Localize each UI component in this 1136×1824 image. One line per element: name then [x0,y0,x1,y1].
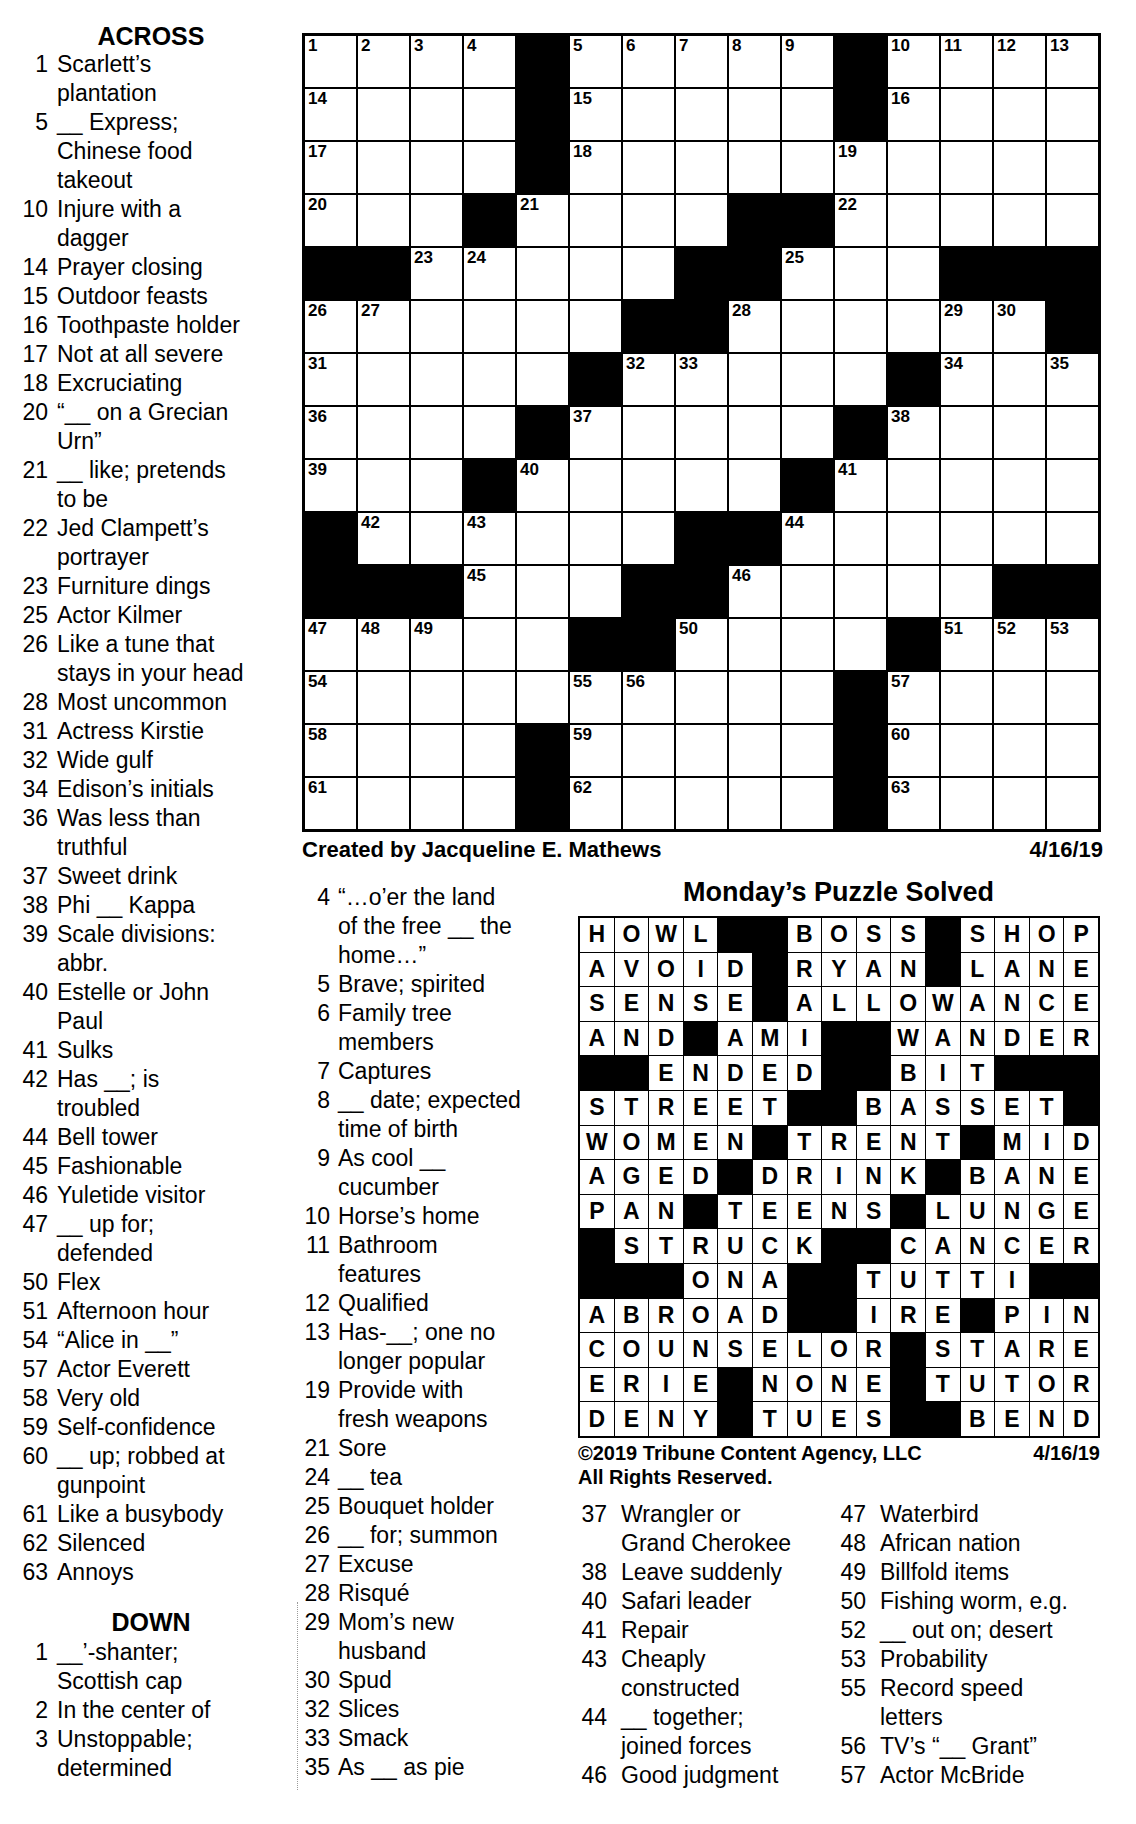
block-r11c14 [994,566,1045,617]
cell-r9c3[interactable] [411,460,462,511]
cell-r9c5[interactable]: 40 [517,460,568,511]
clue-text: Good judgment [621,1761,833,1790]
cell-r12c9[interactable] [729,619,780,670]
clue-text: Family treemembers [338,999,570,1057]
clue-number-8: 8 [732,36,741,56]
cell-r8c3[interactable] [411,407,462,458]
cell-r14c10[interactable] [782,725,833,776]
clue-number-label: 43 [558,1645,607,1674]
clue-47-down: 47Waterbird [820,1500,1120,1529]
cell-r7c3[interactable] [411,354,462,405]
cell-r8c12[interactable]: 38 [888,407,939,458]
cell-r1c8[interactable]: 7 [676,36,727,87]
cell-r2c13[interactable] [941,89,992,140]
clue-text: Most uncommon [57,688,298,717]
cell-r15c12[interactable]: 63 [888,778,939,829]
cell-r15c14[interactable] [994,778,1045,829]
clue-number-label: 10 [295,1202,330,1231]
solved-cell-r6c9: B [857,1091,891,1125]
cell-r5c12[interactable] [888,248,939,299]
cell-r10c4[interactable]: 43 [464,513,515,564]
solved-cell-r3c14: C [1030,987,1064,1021]
cell-r13c4[interactable] [464,672,515,723]
clue-15-across: 15Outdoor feasts [18,282,298,311]
clue-57-down: 57Actor McBride [820,1761,1120,1790]
cell-r3c7[interactable] [623,142,674,193]
cell-r15c1[interactable]: 61 [305,778,356,829]
block-r14c5 [517,725,568,776]
solved-cell-r12c4: O [684,1299,718,1333]
cell-r12c5[interactable] [517,619,568,670]
cell-r1c7[interactable]: 6 [623,36,674,87]
cell-r14c15[interactable] [1047,725,1098,776]
clue-1-across: 1Scarlett’splantation [18,50,298,108]
solved-cell-r6c12: S [961,1091,995,1125]
cell-r14c7[interactable] [623,725,674,776]
cell-r5c11[interactable] [835,248,886,299]
cell-r4c8[interactable] [676,195,727,246]
clue-text: Injure with adagger [57,195,298,253]
solved-cell-r7c2: O [615,1126,649,1160]
cell-r9c1[interactable]: 39 [305,460,356,511]
cell-r15c2[interactable] [358,778,409,829]
clue-number-label: 12 [295,1289,330,1318]
cell-r7c7[interactable]: 32 [623,354,674,405]
cell-r5c3[interactable]: 23 [411,248,462,299]
cell-r12c10[interactable] [782,619,833,670]
clue-text: Like a busybody [57,1500,298,1529]
cell-r3c9[interactable] [729,142,780,193]
clue-number-30: 30 [997,301,1016,321]
cell-r1c15[interactable]: 13 [1047,36,1098,87]
cell-r4c5[interactable]: 21 [517,195,568,246]
cell-r14c12[interactable]: 60 [888,725,939,776]
cell-r10c11[interactable] [835,513,886,564]
cell-r13c9[interactable] [729,672,780,723]
clue-number-54: 54 [308,672,327,692]
cell-r8c8[interactable] [676,407,727,458]
cell-r15c15[interactable] [1047,778,1098,829]
clue-text: Outdoor feasts [57,282,298,311]
cell-r12c2[interactable]: 48 [358,619,409,670]
cell-r6c1[interactable]: 26 [305,301,356,352]
cell-r6c3[interactable] [411,301,462,352]
cell-r12c4[interactable] [464,619,515,670]
cell-r13c12[interactable]: 57 [888,672,939,723]
cell-r3c10[interactable] [782,142,833,193]
cell-r10c15[interactable] [1047,513,1098,564]
cell-r5c6[interactable] [570,248,621,299]
cell-r13c13[interactable] [941,672,992,723]
clue-52-down: 52__ out on; desert [820,1616,1120,1645]
cell-r7c8[interactable]: 33 [676,354,727,405]
cell-r14c4[interactable] [464,725,515,776]
cell-r8c1[interactable]: 36 [305,407,356,458]
cell-r3c4[interactable] [464,142,515,193]
clue-number-10: 10 [891,36,910,56]
cell-r14c13[interactable] [941,725,992,776]
solved-cell-r2c9: A [857,953,891,987]
cell-r6c10[interactable] [782,301,833,352]
cell-r12c14[interactable]: 52 [994,619,1045,670]
block-r6c8 [676,301,727,352]
cell-r14c8[interactable] [676,725,727,776]
clue-number-16: 16 [891,89,910,109]
solved-cell-r12c1: A [580,1299,614,1333]
solved-cell-r1c10: S [891,918,925,952]
cell-r9c15[interactable] [1047,460,1098,511]
cell-r14c14[interactable] [994,725,1045,776]
clue-text: Scarlett’splantation [57,50,298,108]
cell-r2c12[interactable]: 16 [888,89,939,140]
cell-r8c2[interactable] [358,407,409,458]
cell-r13c14[interactable] [994,672,1045,723]
solved-cell-r2c14: N [1030,953,1064,987]
solved-cell-r13c5: S [718,1333,752,1367]
solved-block-r1c5 [718,918,752,952]
cell-r14c6[interactable]: 59 [570,725,621,776]
cell-r4c11[interactable]: 22 [835,195,886,246]
block-r10c1 [305,513,356,564]
clue-number-label: 39 [18,920,48,949]
cell-r11c4[interactable]: 45 [464,566,515,617]
solved-cell-r15c13: E [995,1402,1029,1436]
cell-r1c13[interactable]: 11 [941,36,992,87]
clue-number-56: 56 [626,672,645,692]
cell-r9c9[interactable] [729,460,780,511]
cell-r6c11[interactable] [835,301,886,352]
clue-number-36: 36 [308,407,327,427]
cell-r1c2[interactable]: 2 [358,36,409,87]
cell-r3c6[interactable]: 18 [570,142,621,193]
clue-text: Yuletide visitor [57,1181,298,1210]
cell-r11c6[interactable] [570,566,621,617]
solved-cell-r6c10: A [891,1091,925,1125]
cell-r15c4[interactable] [464,778,515,829]
clue-number-label: 41 [558,1616,607,1645]
cell-r13c3[interactable] [411,672,462,723]
cell-r7c13[interactable]: 34 [941,354,992,405]
cell-r13c15[interactable] [1047,672,1098,723]
clue-32-across: 32Wide gulf [18,746,298,775]
cell-r11c5[interactable] [517,566,568,617]
solved-block-r11c8 [822,1264,856,1298]
cell-r15c8[interactable] [676,778,727,829]
clue-number-label: 55 [820,1674,866,1703]
cell-r4c14[interactable] [994,195,1045,246]
cell-r8c10[interactable] [782,407,833,458]
clue-number-label: 14 [18,253,48,282]
cell-r2c2[interactable] [358,89,409,140]
clue-number-label: 23 [18,572,48,601]
cell-r2c9[interactable] [729,89,780,140]
cell-r3c13[interactable] [941,142,992,193]
cell-r1c3[interactable]: 3 [411,36,462,87]
cell-r10c14[interactable] [994,513,1045,564]
cell-r13c7[interactable]: 56 [623,672,674,723]
clue-number-48: 48 [361,619,380,639]
cell-r7c11[interactable] [835,354,886,405]
cell-r8c9[interactable] [729,407,780,458]
cell-r7c9[interactable] [729,354,780,405]
cell-r4c6[interactable] [570,195,621,246]
clue-number-label: 46 [558,1761,607,1790]
clue-number-1: 1 [308,36,317,56]
clue-number-9: 9 [785,36,794,56]
clue-58-across: 58Very old [18,1384,298,1413]
cell-r6c12[interactable] [888,301,939,352]
clue-1-down: 1__’-shanter;Scottish cap [18,1638,298,1696]
cell-r5c5[interactable] [517,248,568,299]
cell-r12c1[interactable]: 47 [305,619,356,670]
cell-r6c2[interactable]: 27 [358,301,409,352]
cell-r9c2[interactable] [358,460,409,511]
cell-r9c8[interactable] [676,460,727,511]
cell-r13c5[interactable] [517,672,568,723]
solved-block-r11c7 [788,1264,822,1298]
cell-r12c8[interactable]: 50 [676,619,727,670]
cell-r10c2[interactable]: 42 [358,513,409,564]
solved-cell-r7c10: N [891,1126,925,1160]
clue-number-label: 32 [18,746,48,775]
cell-r1c12[interactable]: 10 [888,36,939,87]
cell-r1c4[interactable]: 4 [464,36,515,87]
block-r13c11 [835,672,886,723]
cell-r12c15[interactable]: 53 [1047,619,1098,670]
cell-r4c13[interactable] [941,195,992,246]
cell-r7c5[interactable] [517,354,568,405]
solved-cell-r1c9: S [857,918,891,952]
clue-number-44: 44 [785,513,804,533]
solved-block-r11c15 [1064,1264,1098,1298]
cell-r3c8[interactable] [676,142,727,193]
solved-cell-r13c8: O [822,1333,856,1367]
cell-r3c3[interactable] [411,142,462,193]
solved-cell-r1c12: S [961,918,995,952]
cell-r5c10[interactable]: 25 [782,248,833,299]
solved-block-r8c5 [718,1160,752,1194]
solved-cell-r7c14: I [1030,1126,1064,1160]
cell-r1c1[interactable]: 1 [305,36,356,87]
cell-r4c15[interactable] [1047,195,1098,246]
cell-r3c1[interactable]: 17 [305,142,356,193]
clue-2-down: 2In the center of [18,1696,298,1725]
solved-cell-r12c14: I [1030,1299,1064,1333]
cell-r14c2[interactable] [358,725,409,776]
cell-r9c11[interactable]: 41 [835,460,886,511]
cell-r7c15[interactable]: 35 [1047,354,1098,405]
cell-r10c6[interactable] [570,513,621,564]
solved-block-r5c9 [857,1056,891,1090]
cell-r11c12[interactable] [888,566,939,617]
cell-r6c5[interactable] [517,301,568,352]
cell-r9c7[interactable] [623,460,674,511]
cell-r13c8[interactable] [676,672,727,723]
clue-number-label: 6 [295,999,330,1028]
solved-cell-r3c13: N [995,987,1029,1021]
cell-r12c13[interactable]: 51 [941,619,992,670]
clue-number-label: 15 [18,282,48,311]
solved-cell-r13c14: R [1030,1333,1064,1367]
down-clue-list-bottom-1: 37Wrangler orGrand Cherokee38Leave sudde… [558,1500,833,1790]
cell-r4c7[interactable] [623,195,674,246]
cell-r7c2[interactable] [358,354,409,405]
cell-r8c4[interactable] [464,407,515,458]
solved-cell-r9c15: E [1064,1195,1098,1229]
cell-r12c11[interactable] [835,619,886,670]
block-r6c15 [1047,301,1098,352]
cell-r11c9[interactable]: 46 [729,566,780,617]
cell-r6c13[interactable]: 29 [941,301,992,352]
solved-cell-r13c12: T [961,1333,995,1367]
cell-r10c3[interactable] [411,513,462,564]
cell-r8c13[interactable] [941,407,992,458]
cell-r9c6[interactable] [570,460,621,511]
cell-r8c14[interactable] [994,407,1045,458]
clue-text: Phi __ Kappa [57,891,298,920]
clue-63-across: 63Annoys [18,1558,298,1587]
clue-number-42: 42 [361,513,380,533]
cell-r12c3[interactable]: 49 [411,619,462,670]
cell-r2c1[interactable]: 14 [305,89,356,140]
clue-number-24: 24 [467,248,486,268]
clue-number-58: 58 [308,725,327,745]
solved-cell-r15c14: N [1030,1402,1064,1436]
cell-r15c9[interactable] [729,778,780,829]
cell-r3c12[interactable] [888,142,939,193]
cell-r2c15[interactable] [1047,89,1098,140]
solved-cell-r2c15: E [1064,953,1098,987]
cell-r7c1[interactable]: 31 [305,354,356,405]
cell-r3c11[interactable]: 19 [835,142,886,193]
clue-number-label: 57 [820,1761,866,1790]
cell-r4c12[interactable] [888,195,939,246]
cell-r5c4[interactable]: 24 [464,248,515,299]
cell-r13c10[interactable] [782,672,833,723]
cell-r10c10[interactable]: 44 [782,513,833,564]
clue-text: TV’s “__ Grant” [880,1732,1120,1761]
cell-r9c14[interactable] [994,460,1045,511]
clue-number-label: 28 [295,1579,330,1608]
cell-r6c4[interactable] [464,301,515,352]
cell-r2c4[interactable] [464,89,515,140]
cell-r5c7[interactable] [623,248,674,299]
cell-r2c14[interactable] [994,89,1045,140]
cell-r3c15[interactable] [1047,142,1098,193]
solved-cell-r6c14: T [1030,1091,1064,1125]
cell-r6c9[interactable]: 28 [729,301,780,352]
clue-45-across: 45Fashionable [18,1152,298,1181]
cell-r10c7[interactable] [623,513,674,564]
cell-r2c3[interactable] [411,89,462,140]
cell-r11c11[interactable] [835,566,886,617]
cell-r13c2[interactable] [358,672,409,723]
cell-r8c7[interactable] [623,407,674,458]
cell-r13c1[interactable]: 54 [305,672,356,723]
solved-block-r5c1 [580,1056,614,1090]
clue-number-label: 56 [820,1732,866,1761]
cell-r1c14[interactable]: 12 [994,36,1045,87]
cell-r14c9[interactable] [729,725,780,776]
cell-r1c10[interactable]: 9 [782,36,833,87]
cell-r14c3[interactable] [411,725,462,776]
block-r11c15 [1047,566,1098,617]
cell-r9c13[interactable] [941,460,992,511]
cell-r6c14[interactable]: 30 [994,301,1045,352]
clue-number-46: 46 [732,566,751,586]
cell-r14c1[interactable]: 58 [305,725,356,776]
cell-r15c6[interactable]: 62 [570,778,621,829]
cell-r7c10[interactable] [782,354,833,405]
clue-number-label: 22 [18,514,48,543]
cell-r6c6[interactable] [570,301,621,352]
clue-number-label: 51 [18,1297,48,1326]
solved-block-r5c14 [1030,1056,1064,1090]
cell-r15c7[interactable] [623,778,674,829]
clue-text: Bell tower [57,1123,298,1152]
cell-r2c6[interactable]: 15 [570,89,621,140]
cell-r1c6[interactable]: 5 [570,36,621,87]
clue-text: Flex [57,1268,298,1297]
cell-r2c7[interactable] [623,89,674,140]
cell-r11c13[interactable] [941,566,992,617]
solved-cell-r3c2: E [615,987,649,1021]
cell-r1c9[interactable]: 8 [729,36,780,87]
solved-cell-r4c14: E [1030,1022,1064,1056]
block-r5c1 [305,248,356,299]
clue-number-label: 25 [295,1492,330,1521]
cell-r10c12[interactable] [888,513,939,564]
solved-cell-r5c6: E [753,1056,787,1090]
block-r5c8 [676,248,727,299]
cell-r15c13[interactable] [941,778,992,829]
cell-r4c3[interactable] [411,195,462,246]
solved-cell-r8c15: E [1064,1160,1098,1194]
cell-r4c1[interactable]: 20 [305,195,356,246]
cell-r2c8[interactable] [676,89,727,140]
cell-r11c10[interactable] [782,566,833,617]
cell-r7c14[interactable] [994,354,1045,405]
byline: Created by Jacqueline E. Mathews [302,837,661,862]
cell-r15c10[interactable] [782,778,833,829]
solved-cell-r3c7: A [788,987,822,1021]
clue-number-label: 44 [558,1703,607,1732]
cell-r9c12[interactable] [888,460,939,511]
clue-40-across: 40Estelle or JohnPaul [18,978,298,1036]
cell-r10c5[interactable] [517,513,568,564]
cell-r4c2[interactable] [358,195,409,246]
cell-r13c6[interactable]: 55 [570,672,621,723]
solved-cell-r13c2: O [615,1333,649,1367]
solved-block-r8c11 [926,1160,960,1194]
clue-48-down: 48African nation [820,1529,1120,1558]
cell-r7c4[interactable] [464,354,515,405]
cell-r8c15[interactable] [1047,407,1098,458]
cell-r15c3[interactable] [411,778,462,829]
cell-r10c13[interactable] [941,513,992,564]
solved-block-r14c5 [718,1368,752,1402]
clue-number-label: 24 [295,1463,330,1492]
clue-16-across: 16Toothpaste holder [18,311,298,340]
cell-r8c6[interactable]: 37 [570,407,621,458]
cell-r3c14[interactable] [994,142,1045,193]
block-r7c6 [570,354,621,405]
block-r9c10 [782,460,833,511]
cell-r3c2[interactable] [358,142,409,193]
cell-r2c10[interactable] [782,89,833,140]
clue-61-across: 61Like a busybody [18,1500,298,1529]
solved-cell-r12c5: A [718,1299,752,1333]
